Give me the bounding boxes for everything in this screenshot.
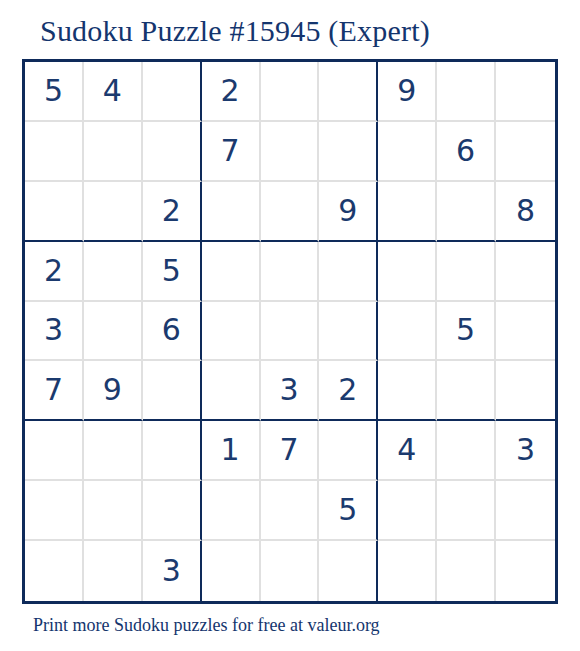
cell-r1c2[interactable]: 4 [84,62,143,122]
cell-r8c2[interactable] [84,481,143,541]
cell-r1c9[interactable] [496,62,555,122]
cell-r1c5[interactable] [261,62,320,122]
cell-r2c1[interactable] [25,122,84,182]
cell-r7c7[interactable]: 4 [378,421,437,481]
cell-r9c7[interactable] [378,541,437,601]
cell-r5c9[interactable] [496,302,555,362]
cell-r9c4[interactable] [202,541,261,601]
cell-r3c8[interactable] [437,182,496,242]
cell-r7c6[interactable] [319,421,378,481]
cell-r4c3[interactable]: 5 [143,242,202,302]
cell-r1c3[interactable] [143,62,202,122]
cell-r8c7[interactable] [378,481,437,541]
cell-r2c5[interactable] [261,122,320,182]
cell-r2c2[interactable] [84,122,143,182]
cell-r9c9[interactable] [496,541,555,601]
cell-r9c1[interactable] [25,541,84,601]
cell-r6c8[interactable] [437,361,496,421]
cell-r5c8[interactable]: 5 [437,302,496,362]
cell-r4c4[interactable] [202,242,261,302]
cell-r3c1[interactable] [25,182,84,242]
cell-r5c3[interactable]: 6 [143,302,202,362]
cell-r9c5[interactable] [261,541,320,601]
cell-r4c9[interactable] [496,242,555,302]
cell-r2c7[interactable] [378,122,437,182]
cell-r6c2[interactable]: 9 [84,361,143,421]
cell-r8c8[interactable] [437,481,496,541]
cell-r6c6[interactable]: 2 [319,361,378,421]
cell-r8c9[interactable] [496,481,555,541]
cell-r6c9[interactable] [496,361,555,421]
cell-r6c7[interactable] [378,361,437,421]
sudoku-board: 542976298253657932174353 [22,59,558,604]
cell-r2c8[interactable]: 6 [437,122,496,182]
cell-r8c4[interactable] [202,481,261,541]
cell-r3c5[interactable] [261,182,320,242]
cell-r5c1[interactable]: 3 [25,302,84,362]
cell-r7c1[interactable] [25,421,84,481]
cell-r4c1[interactable]: 2 [25,242,84,302]
cell-r8c6[interactable]: 5 [319,481,378,541]
cell-r8c3[interactable] [143,481,202,541]
cell-r7c9[interactable]: 3 [496,421,555,481]
cell-r1c1[interactable]: 5 [25,62,84,122]
cell-r2c9[interactable] [496,122,555,182]
cell-r3c6[interactable]: 9 [319,182,378,242]
cell-r7c8[interactable] [437,421,496,481]
cell-r3c4[interactable] [202,182,261,242]
cell-r5c2[interactable] [84,302,143,362]
cell-r4c8[interactable] [437,242,496,302]
cell-r5c6[interactable] [319,302,378,362]
cell-r5c7[interactable] [378,302,437,362]
cell-r6c4[interactable] [202,361,261,421]
page-title: Sudoku Puzzle #15945 (Expert) [40,14,430,48]
cell-r9c2[interactable] [84,541,143,601]
cell-r7c4[interactable]: 1 [202,421,261,481]
cell-r7c3[interactable] [143,421,202,481]
cell-r9c3[interactable]: 3 [143,541,202,601]
cell-r5c4[interactable] [202,302,261,362]
cell-r2c3[interactable] [143,122,202,182]
cell-r6c3[interactable] [143,361,202,421]
sudoku-page: Sudoku Puzzle #15945 (Expert) 5429762982… [0,0,580,651]
footer-note: Print more Sudoku puzzles for free at va… [33,615,380,636]
cell-r6c5[interactable]: 3 [261,361,320,421]
cell-r6c1[interactable]: 7 [25,361,84,421]
cell-r4c7[interactable] [378,242,437,302]
cell-r3c9[interactable]: 8 [496,182,555,242]
cell-r2c6[interactable] [319,122,378,182]
cell-r9c8[interactable] [437,541,496,601]
cell-r5c5[interactable] [261,302,320,362]
cell-r7c5[interactable]: 7 [261,421,320,481]
cell-r3c2[interactable] [84,182,143,242]
cell-r3c3[interactable]: 2 [143,182,202,242]
cell-r7c2[interactable] [84,421,143,481]
cell-r4c5[interactable] [261,242,320,302]
cell-r8c1[interactable] [25,481,84,541]
cell-r9c6[interactable] [319,541,378,601]
cell-r1c8[interactable] [437,62,496,122]
cell-r1c7[interactable]: 9 [378,62,437,122]
cell-r1c4[interactable]: 2 [202,62,261,122]
cell-r1c6[interactable] [319,62,378,122]
cell-r4c6[interactable] [319,242,378,302]
cell-r2c4[interactable]: 7 [202,122,261,182]
cell-r3c7[interactable] [378,182,437,242]
cell-r8c5[interactable] [261,481,320,541]
cell-r4c2[interactable] [84,242,143,302]
